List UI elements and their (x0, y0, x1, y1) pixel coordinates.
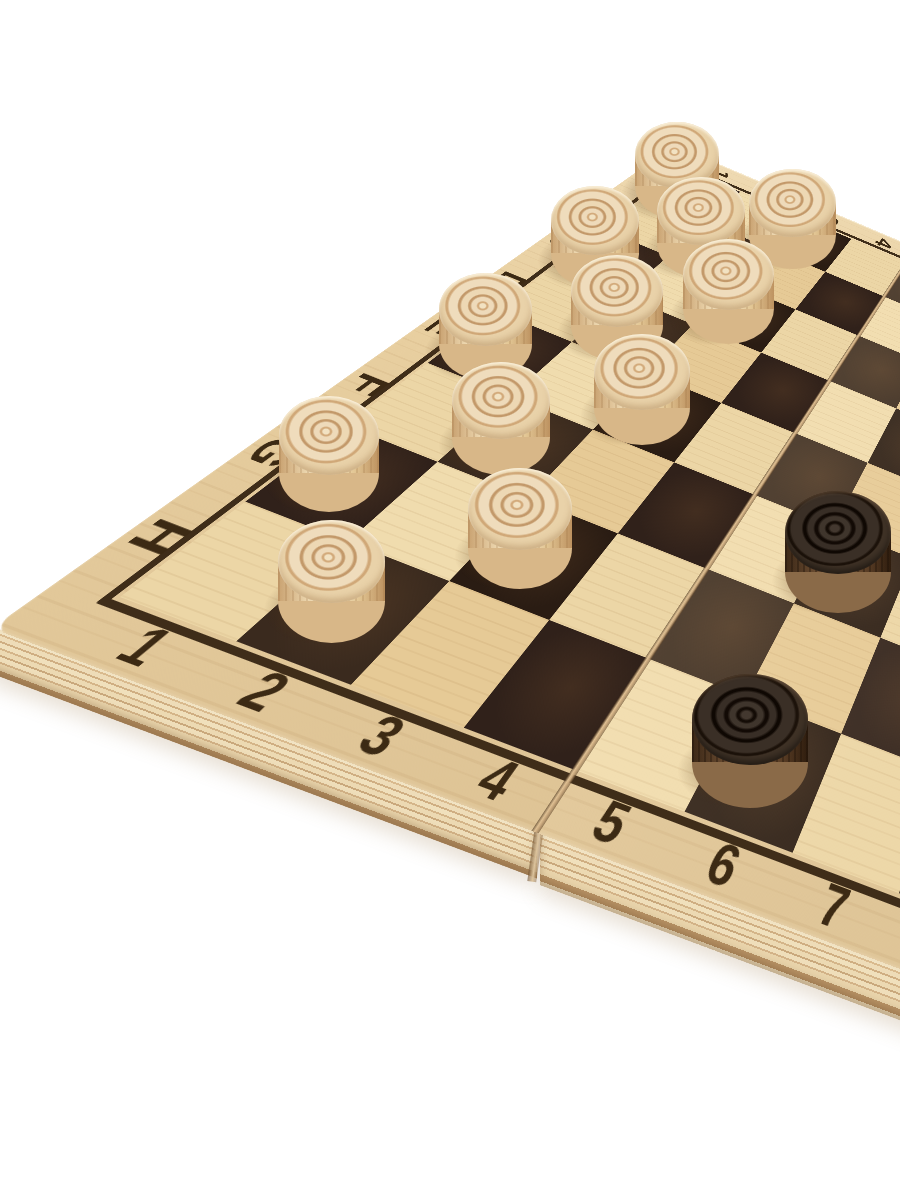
pieces-layer (0, 0, 900, 1200)
piece-top-rings (594, 334, 691, 409)
piece-top-rings (692, 674, 808, 764)
piece-top-rings (571, 255, 663, 327)
piece-top-rings (279, 396, 379, 474)
piece-top-rings (468, 468, 573, 550)
piece-top-rings (683, 239, 774, 310)
piece-top-rings (278, 520, 386, 604)
piece-top-rings (749, 169, 836, 237)
photo-canvas: ABCDEFGH1122334455667788 (0, 0, 900, 1200)
piece-top-rings (785, 491, 891, 574)
piece-top-rings (452, 362, 550, 439)
piece-top-rings (439, 273, 532, 346)
piece-top-rings (551, 186, 639, 255)
piece-top-rings (657, 177, 745, 245)
